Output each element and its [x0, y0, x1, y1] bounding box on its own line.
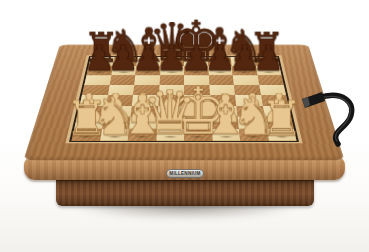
square-g3	[236, 106, 264, 117]
piece-black-rook-h8: ♜	[249, 31, 286, 64]
square-f2: ♟	[211, 117, 239, 129]
square-e5	[184, 85, 210, 95]
square-d7: ♟	[160, 66, 184, 75]
square-c7: ♟	[135, 66, 160, 75]
square-h5	[259, 85, 286, 95]
square-c8: ♝	[136, 57, 160, 66]
square-c2: ♟	[129, 117, 157, 129]
square-f3	[210, 106, 237, 117]
square-e6	[184, 75, 209, 85]
square-a2: ♟	[74, 117, 103, 129]
square-f6	[208, 75, 233, 85]
square-a6	[84, 75, 111, 85]
square-a7: ♟	[87, 66, 113, 75]
square-d6	[159, 75, 184, 85]
square-d1: ♛	[156, 128, 184, 140]
square-f1: ♝	[211, 128, 240, 140]
square-e2: ♟	[184, 117, 211, 129]
square-a8: ♜	[89, 57, 114, 66]
square-b7: ♟	[111, 66, 136, 75]
square-d2: ♟	[157, 117, 184, 129]
square-g8: ♞	[231, 57, 256, 66]
square-c5	[133, 85, 159, 95]
square-e7: ♟	[184, 66, 208, 75]
square-h8: ♜	[254, 57, 279, 66]
square-b6	[109, 75, 135, 85]
square-h7: ♟	[256, 66, 282, 75]
square-b1: ♞	[100, 128, 130, 140]
product-photo-stage: MILLENNIUM ♜♞♝♛♚♝♞♜♟♟♟♟♟♟♟♟♟♟♟♟♟♟♟♟♜♞♝♛♚…	[0, 0, 369, 252]
square-f7: ♟	[208, 66, 233, 75]
square-g2: ♟	[237, 117, 266, 129]
square-b8: ♞	[112, 57, 137, 66]
square-h4	[261, 95, 289, 106]
square-b5	[108, 85, 135, 95]
square-b2: ♟	[102, 117, 131, 129]
square-c6	[134, 75, 159, 85]
square-e4	[184, 95, 210, 106]
board-scene: ♜♞♝♛♚♝♞♜♟♟♟♟♟♟♟♟♟♟♟♟♟♟♟♟♜♞♝♛♚♝♞♜	[44, 0, 324, 235]
square-d5	[159, 85, 185, 95]
square-g4	[235, 95, 262, 106]
square-g1: ♞	[239, 128, 269, 140]
square-h1: ♜	[266, 128, 296, 140]
square-h6	[257, 75, 284, 85]
square-a5	[82, 85, 109, 95]
square-g7: ♟	[232, 66, 257, 75]
square-b3	[104, 106, 132, 117]
square-e3	[184, 106, 211, 117]
square-b4	[106, 95, 133, 106]
square-f8: ♝	[207, 57, 231, 66]
square-c1: ♝	[128, 128, 157, 140]
square-a4	[80, 95, 108, 106]
square-e8: ♚	[184, 57, 208, 66]
square-d3	[157, 106, 184, 117]
chess-board: ♜♞♝♛♚♝♞♜♟♟♟♟♟♟♟♟♟♟♟♟♟♟♟♟♜♞♝♛♚♝♞♜	[69, 56, 299, 141]
cable-highlight	[320, 96, 350, 141]
square-e1: ♚	[184, 128, 212, 140]
board-frame: ♜♞♝♛♚♝♞♜♟♟♟♟♟♟♟♟♟♟♟♟♟♟♟♟♜♞♝♛♚♝♞♜	[23, 45, 344, 161]
square-a3	[77, 106, 106, 117]
square-h3	[262, 106, 291, 117]
square-f5	[209, 85, 235, 95]
square-d4	[158, 95, 184, 106]
square-d8: ♛	[160, 57, 184, 66]
square-g6	[233, 75, 259, 85]
square-c3	[131, 106, 158, 117]
square-g5	[234, 85, 261, 95]
square-f4	[210, 95, 237, 106]
square-c4	[132, 95, 159, 106]
power-cable	[300, 84, 366, 152]
square-a1: ♜	[72, 128, 102, 140]
square-h2: ♟	[264, 117, 293, 129]
